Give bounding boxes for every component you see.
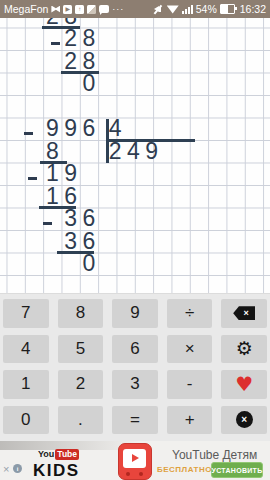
youtube-wordmark: You Tube <box>38 449 79 460</box>
battery-percent-label: 54% <box>196 0 217 18</box>
youtube-wordmark-you: You <box>38 450 54 459</box>
key-divide[interactable]: ÷ <box>167 299 213 328</box>
subtraction-underline <box>57 251 95 254</box>
key-decimal[interactable]: . <box>58 406 104 435</box>
key-6[interactable]: 6 <box>112 335 158 364</box>
minus-sign <box>43 222 52 225</box>
division-digit: 8 <box>80 28 98 51</box>
division-digit: 3 <box>61 208 79 231</box>
subtraction-underline <box>40 161 67 164</box>
status-bar: MegaFon ▶ ↑ ··· 54% 16:32 <box>0 0 270 18</box>
phone-screen: MegaFon ▶ ↑ ··· 54% 16:32 28282809964824… <box>0 0 270 480</box>
install-button[interactable]: УСТАНОВИТЬ <box>211 462 263 478</box>
division-digit: 2 <box>61 50 79 73</box>
wifi-icon <box>167 5 179 14</box>
division-digit: 1 <box>43 185 61 208</box>
subtraction-underline <box>39 206 76 209</box>
gear-icon: ⚙ <box>236 339 253 358</box>
division-digit: 2 <box>61 28 79 51</box>
key-minus[interactable]: - <box>167 370 213 399</box>
key-7[interactable]: 7 <box>3 299 49 328</box>
battery-icon <box>220 4 235 14</box>
app-icon-screen <box>123 449 146 468</box>
minus-sign <box>28 177 37 180</box>
signal-bars-icon <box>182 4 193 14</box>
key-9[interactable]: 9 <box>112 299 158 328</box>
division-digit: 8 <box>43 140 61 163</box>
mute-icon <box>153 4 164 15</box>
subtraction-underline <box>61 71 99 74</box>
quotient-bracket-line <box>106 139 195 142</box>
key-backspace[interactable]: × <box>221 299 267 328</box>
app-notification-icon-1: ▶ <box>63 5 72 14</box>
division-digit: 9 <box>61 163 79 186</box>
clock-label: 16:32 <box>240 0 266 18</box>
key-settings[interactable]: ⚙ <box>221 335 267 364</box>
division-digit: 9 <box>43 118 61 141</box>
app-notification-icon-2: ↑ <box>75 5 84 14</box>
key-multiply[interactable]: × <box>167 335 213 364</box>
ad-banner[interactable]: × i You Tube KIDS YouTube Детям БЕСПЛАТН… <box>0 441 270 480</box>
key-0[interactable]: 0 <box>3 406 49 435</box>
key-4[interactable]: 4 <box>3 335 49 364</box>
ad-info-icon[interactable]: i <box>13 464 22 473</box>
bowtie-icon <box>51 6 60 13</box>
keypad: 789÷×456×⚙123-♥0.=+× <box>0 293 270 441</box>
division-digit: 6 <box>80 230 98 253</box>
heart-icon: ♥ <box>235 374 253 394</box>
division-digit: 6 <box>61 185 79 208</box>
app-notification-icon-3 <box>87 5 96 14</box>
close-circle-icon: × <box>236 411 253 428</box>
division-digit: 1 <box>43 163 61 186</box>
subtraction-underline <box>42 26 80 29</box>
overflow-dots-icon: ··· <box>112 0 124 18</box>
backspace-icon: × <box>233 306 255 320</box>
ad-app-title: YouTube Детям <box>172 448 257 462</box>
key-equals[interactable]: = <box>112 406 158 435</box>
minus-sign <box>51 42 60 45</box>
key-5[interactable]: 5 <box>58 335 104 364</box>
ad-close-icon[interactable]: × <box>3 464 9 475</box>
ad-price-label: БЕСПЛАТНО <box>157 465 212 474</box>
key-1[interactable]: 1 <box>3 370 49 399</box>
key-2[interactable]: 2 <box>58 370 104 399</box>
division-digit: 3 <box>61 230 79 253</box>
minus-sign <box>24 132 33 135</box>
division-digit: 9 <box>61 118 79 141</box>
division-worksheet: 282828099648249191636360 <box>0 18 270 293</box>
key-8[interactable]: 8 <box>58 299 104 328</box>
carrier-label: MegaFon <box>4 0 48 18</box>
app-icon-knob-left <box>126 472 130 476</box>
key-3[interactable]: 3 <box>112 370 158 399</box>
division-digit: 4 <box>124 140 142 163</box>
key-favorite[interactable]: ♥ <box>221 370 267 399</box>
key-exit[interactable]: × <box>221 406 267 435</box>
chat-bubble-icon <box>99 5 109 13</box>
division-digit: 0 <box>80 253 98 276</box>
play-triangle-icon <box>132 454 139 462</box>
youtube-wordmark-tube: Tube <box>55 449 79 460</box>
division-digit: 0 <box>80 73 98 96</box>
division-digit: 8 <box>80 50 98 73</box>
kids-logo-text: KIDS <box>33 462 80 480</box>
app-icon-knob-right <box>139 472 143 476</box>
division-digit: 6 <box>80 208 98 231</box>
division-digit: 6 <box>80 118 98 141</box>
division-digit: 9 <box>143 140 161 163</box>
youtube-kids-app-icon[interactable] <box>118 443 152 480</box>
key-plus[interactable]: + <box>167 406 213 435</box>
